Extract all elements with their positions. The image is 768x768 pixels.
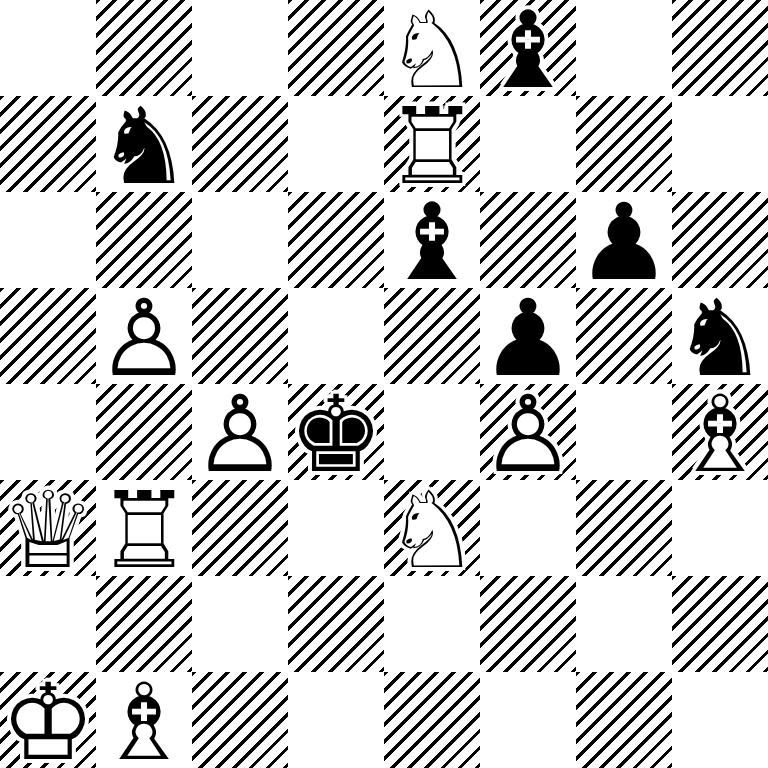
white-king-icon: ♔ bbox=[0, 675, 96, 768]
piece-black-pawn-g6[interactable]: ♟♟ bbox=[576, 192, 672, 288]
piece-white-rook-b3[interactable]: ♜♖ bbox=[96, 480, 192, 576]
white-queen-icon: ♕ bbox=[0, 483, 96, 579]
square-a4[interactable] bbox=[0, 384, 96, 480]
square-d1[interactable] bbox=[288, 672, 384, 768]
square-f4[interactable]: ♟♙ bbox=[480, 384, 576, 480]
square-a2[interactable] bbox=[0, 576, 96, 672]
square-f2[interactable] bbox=[480, 576, 576, 672]
square-d7[interactable] bbox=[288, 96, 384, 192]
black-pawn-icon: ♟ bbox=[576, 195, 672, 291]
square-c8[interactable] bbox=[192, 0, 288, 96]
square-f1[interactable] bbox=[480, 672, 576, 768]
square-h1[interactable] bbox=[672, 672, 768, 768]
square-f5[interactable]: ♟♟ bbox=[480, 288, 576, 384]
square-c1[interactable] bbox=[192, 672, 288, 768]
black-bishop-icon: ♝ bbox=[384, 195, 480, 291]
square-d2[interactable] bbox=[288, 576, 384, 672]
square-c6[interactable] bbox=[192, 192, 288, 288]
piece-black-king-d4[interactable]: ♚♚ bbox=[288, 384, 384, 480]
square-f8[interactable]: ♝♝ bbox=[480, 0, 576, 96]
square-b3[interactable]: ♜♖ bbox=[96, 480, 192, 576]
square-h8[interactable] bbox=[672, 0, 768, 96]
square-h5[interactable]: ♞♞ bbox=[672, 288, 768, 384]
white-pawn-icon: ♙ bbox=[192, 387, 288, 483]
piece-white-pawn-f4[interactable]: ♟♙ bbox=[480, 384, 576, 480]
black-bishop-icon: ♝ bbox=[480, 3, 576, 99]
square-a1[interactable]: ♚♔ bbox=[0, 672, 96, 768]
square-g3[interactable] bbox=[576, 480, 672, 576]
white-pawn-icon: ♙ bbox=[96, 291, 192, 387]
square-a6[interactable] bbox=[0, 192, 96, 288]
square-d6[interactable] bbox=[288, 192, 384, 288]
square-b6[interactable] bbox=[96, 192, 192, 288]
square-d8[interactable] bbox=[288, 0, 384, 96]
square-b1[interactable]: ♝♗ bbox=[96, 672, 192, 768]
piece-white-pawn-b5[interactable]: ♟♙ bbox=[96, 288, 192, 384]
square-c3[interactable] bbox=[192, 480, 288, 576]
square-b5[interactable]: ♟♙ bbox=[96, 288, 192, 384]
white-rook-icon: ♖ bbox=[96, 483, 192, 579]
square-e7[interactable]: ♜♖ bbox=[384, 96, 480, 192]
square-d5[interactable] bbox=[288, 288, 384, 384]
square-d3[interactable] bbox=[288, 480, 384, 576]
piece-white-bishop-h4[interactable]: ♝♗ bbox=[672, 384, 768, 480]
black-king-icon: ♚ bbox=[288, 387, 384, 483]
square-f6[interactable] bbox=[480, 192, 576, 288]
square-e4[interactable] bbox=[384, 384, 480, 480]
square-g2[interactable] bbox=[576, 576, 672, 672]
piece-black-knight-b7[interactable]: ♞♞ bbox=[96, 96, 192, 192]
square-b7[interactable]: ♞♞ bbox=[96, 96, 192, 192]
square-c4[interactable]: ♟♙ bbox=[192, 384, 288, 480]
square-g4[interactable] bbox=[576, 384, 672, 480]
square-g1[interactable] bbox=[576, 672, 672, 768]
piece-black-bishop-e6[interactable]: ♝♝ bbox=[384, 192, 480, 288]
square-g8[interactable] bbox=[576, 0, 672, 96]
square-c5[interactable] bbox=[192, 288, 288, 384]
piece-black-pawn-f5[interactable]: ♟♟ bbox=[480, 288, 576, 384]
piece-black-bishop-f8[interactable]: ♝♝ bbox=[480, 0, 576, 96]
square-a7[interactable] bbox=[0, 96, 96, 192]
square-h6[interactable] bbox=[672, 192, 768, 288]
square-b8[interactable] bbox=[96, 0, 192, 96]
square-f7[interactable] bbox=[480, 96, 576, 192]
piece-black-knight-h5[interactable]: ♞♞ bbox=[672, 288, 768, 384]
square-e2[interactable] bbox=[384, 576, 480, 672]
square-c7[interactable] bbox=[192, 96, 288, 192]
square-a3[interactable]: ♛♕ bbox=[0, 480, 96, 576]
square-d4[interactable]: ♚♚ bbox=[288, 384, 384, 480]
piece-white-pawn-c4[interactable]: ♟♙ bbox=[192, 384, 288, 480]
square-f3[interactable] bbox=[480, 480, 576, 576]
square-b2[interactable] bbox=[96, 576, 192, 672]
square-b4[interactable] bbox=[96, 384, 192, 480]
piece-white-king-a1[interactable]: ♚♔ bbox=[0, 672, 96, 768]
white-pawn-icon: ♙ bbox=[480, 387, 576, 483]
square-a5[interactable] bbox=[0, 288, 96, 384]
square-h3[interactable] bbox=[672, 480, 768, 576]
square-e1[interactable] bbox=[384, 672, 480, 768]
white-bishop-icon: ♗ bbox=[672, 387, 768, 483]
square-h2[interactable] bbox=[672, 576, 768, 672]
piece-white-knight-e8[interactable]: ♞♘ bbox=[384, 0, 480, 96]
square-h7[interactable] bbox=[672, 96, 768, 192]
piece-white-knight-e3[interactable]: ♞♘ bbox=[384, 480, 480, 576]
square-e3[interactable]: ♞♘ bbox=[384, 480, 480, 576]
white-bishop-icon: ♗ bbox=[96, 675, 192, 768]
square-a8[interactable] bbox=[0, 0, 96, 96]
square-h4[interactable]: ♝♗ bbox=[672, 384, 768, 480]
square-c2[interactable] bbox=[192, 576, 288, 672]
piece-white-rook-e7[interactable]: ♜♖ bbox=[384, 96, 480, 192]
square-g6[interactable]: ♟♟ bbox=[576, 192, 672, 288]
chess-board: ♞♘♝♝♞♞♜♖♝♝♟♟♟♙♟♟♞♞♟♙♚♚♟♙♝♗♛♕♜♖♞♘♚♔♝♗ bbox=[0, 0, 768, 768]
white-knight-icon: ♘ bbox=[384, 483, 480, 579]
square-g5[interactable] bbox=[576, 288, 672, 384]
square-g7[interactable] bbox=[576, 96, 672, 192]
piece-white-bishop-b1[interactable]: ♝♗ bbox=[96, 672, 192, 768]
piece-white-queen-a3[interactable]: ♛♕ bbox=[0, 480, 96, 576]
square-e8[interactable]: ♞♘ bbox=[384, 0, 480, 96]
black-knight-icon: ♞ bbox=[96, 99, 192, 195]
square-e5[interactable] bbox=[384, 288, 480, 384]
square-e6[interactable]: ♝♝ bbox=[384, 192, 480, 288]
